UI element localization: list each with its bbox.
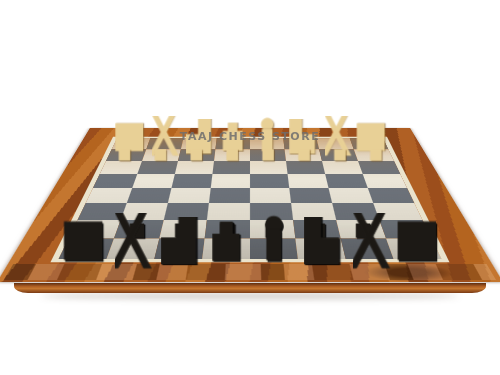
square-f5[interactable] — [168, 188, 211, 203]
king-icon: ■ — [209, 230, 243, 258]
square-a5[interactable] — [368, 188, 415, 203]
black-queen[interactable]: ●▮ — [263, 215, 285, 258]
pawn-icon: ■ — [369, 149, 383, 161]
square-h8[interactable]: ■ — [59, 238, 114, 259]
square-f2[interactable]: ■ — [178, 149, 215, 161]
square-d2[interactable]: ■ — [250, 149, 286, 161]
square-e8[interactable]: ■■ — [202, 238, 250, 259]
board-side-edge — [14, 283, 486, 293]
rook-icon: ■ — [393, 219, 441, 258]
square-b8[interactable]: ╳ — [341, 238, 394, 259]
square-c2[interactable]: ■ — [285, 149, 322, 161]
black-knight[interactable]: ▙ — [304, 217, 339, 258]
square-h5[interactable] — [86, 188, 133, 203]
square-e2[interactable]: ■ — [214, 149, 250, 161]
square-b4[interactable] — [325, 174, 368, 188]
watermark-text: TAAJ CHESS STORE — [180, 130, 320, 143]
square-d5[interactable] — [250, 188, 291, 203]
square-c4[interactable] — [288, 174, 329, 188]
black-knight[interactable]: ▟ — [161, 217, 196, 258]
pawn-icon: ■ — [261, 149, 275, 161]
white-pawn[interactable]: ■ — [297, 149, 311, 161]
white-pawn[interactable]: ■ — [261, 149, 275, 161]
square-h4[interactable] — [93, 174, 137, 188]
black-king[interactable]: ■■ — [209, 221, 243, 258]
rook-icon: ■ — [59, 219, 107, 258]
pawn-icon: ■ — [117, 149, 131, 161]
queen-icon: ▮ — [263, 227, 285, 258]
square-f8[interactable]: ▟ — [154, 238, 204, 259]
square-c3[interactable] — [286, 161, 325, 174]
square-g5[interactable] — [127, 188, 172, 203]
square-a2[interactable]: ■ — [354, 149, 394, 161]
pawn-icon: ■ — [153, 149, 167, 161]
black-rook[interactable]: ■ — [59, 219, 107, 258]
black-bishop[interactable]: ╳ — [353, 213, 385, 258]
knight-icon: ▙ — [304, 217, 339, 258]
square-g4[interactable] — [132, 174, 175, 188]
white-pawn[interactable]: ■ — [225, 149, 239, 161]
pawn-icon: ■ — [297, 149, 311, 161]
black-rook[interactable]: ■ — [393, 219, 441, 258]
square-h2[interactable]: ■ — [106, 149, 146, 161]
square-f4[interactable] — [172, 174, 213, 188]
pawn-icon: ■ — [189, 149, 203, 161]
pawn-icon: ■ — [333, 149, 347, 161]
square-d8[interactable]: ●▮ — [250, 238, 298, 259]
white-pawn[interactable]: ■ — [117, 149, 131, 161]
pawn-icon: ■ — [225, 149, 239, 161]
square-a3[interactable] — [358, 161, 400, 174]
square-d4[interactable] — [250, 174, 289, 188]
product-photo: ■╳▟■■●▮▙╳■■■■■■■■■■■■■■■■■■╳▟■■●▮▙╳■ TAA… — [0, 0, 500, 375]
board-grid: ■╳▟■■●▮▙╳■■■■■■■■■■■■■■■■■■╳▟■■●▮▙╳■ — [59, 138, 442, 259]
bishop-icon: ╳ — [115, 213, 147, 258]
square-e3[interactable] — [212, 161, 250, 174]
board-shadow — [40, 293, 460, 299]
knight-icon: ▟ — [161, 217, 196, 258]
white-pawn[interactable]: ■ — [153, 149, 167, 161]
square-f3[interactable] — [175, 161, 214, 174]
square-e4[interactable] — [211, 174, 250, 188]
board-scene: ■╳▟■■●▮▙╳■■■■■■■■■■■■■■■■■■╳▟■■●▮▙╳■ — [0, 0, 500, 375]
board-field: ■╳▟■■●▮▙╳■■■■■■■■■■■■■■■■■■╳▟■■●▮▙╳■ — [50, 137, 449, 262]
square-c8[interactable]: ▙ — [295, 238, 345, 259]
white-pawn[interactable]: ■ — [369, 149, 383, 161]
square-b2[interactable]: ■ — [319, 149, 358, 161]
square-c5[interactable] — [289, 188, 332, 203]
white-pawn[interactable]: ■ — [189, 149, 203, 161]
square-h3[interactable] — [100, 161, 142, 174]
chess-board: ■╳▟■■●▮▙╳■■■■■■■■■■■■■■■■■■╳▟■■●▮▙╳■ — [0, 128, 500, 282]
square-a4[interactable] — [363, 174, 407, 188]
square-b3[interactable] — [322, 161, 363, 174]
square-g8[interactable]: ╳ — [106, 238, 159, 259]
square-a8[interactable]: ■ — [386, 238, 441, 259]
square-d3[interactable] — [250, 161, 288, 174]
bishop-icon: ╳ — [353, 213, 385, 258]
white-pawn[interactable]: ■ — [333, 149, 347, 161]
black-bishop[interactable]: ╳ — [115, 213, 147, 258]
square-g3[interactable] — [137, 161, 178, 174]
square-g2[interactable]: ■ — [142, 149, 181, 161]
square-b5[interactable] — [328, 188, 373, 203]
board-wood-frame: ■╳▟■■●▮▙╳■■■■■■■■■■■■■■■■■■╳▟■■●▮▙╳■ — [0, 128, 500, 282]
square-e5[interactable] — [209, 188, 250, 203]
